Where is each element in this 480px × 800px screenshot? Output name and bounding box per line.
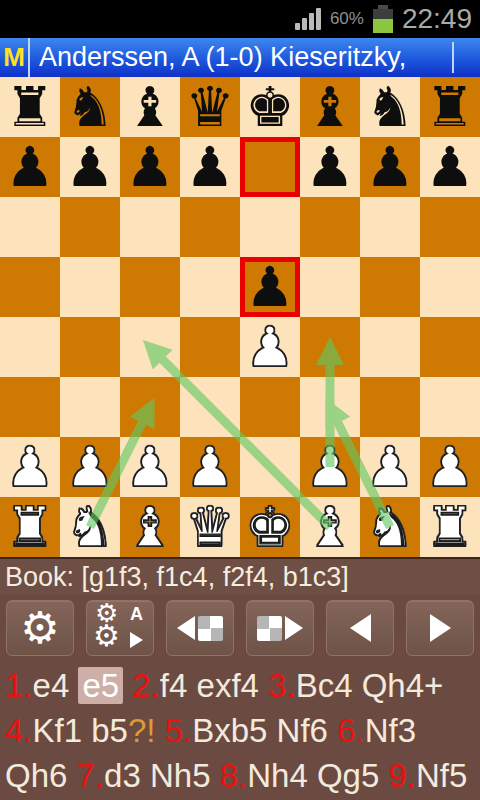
square-f7[interactable]: ♟	[300, 137, 360, 197]
move-list-line: Qh6 7.d3 Nh5 8.Nh4 Qg5 9.Nf5	[5, 753, 475, 798]
battery-percent: 60%	[330, 9, 364, 29]
black-pawn-piece: ♟	[125, 137, 174, 197]
square-a6[interactable]	[0, 197, 60, 257]
black-king-piece: ♚	[245, 77, 294, 137]
status-bar: 60% 22:49	[0, 0, 480, 38]
square-a8[interactable]: ♜	[0, 77, 60, 137]
black-knight-piece: ♞	[65, 77, 114, 137]
chess-board[interactable]: ♜♞♝♛♚♝♞♜♟♟♟♟♟♟♟♟♟♟♟♟♟♟♟♟♜♞♝♛♚♝♞♜	[0, 77, 480, 557]
move-token[interactable]: Bxb5	[192, 712, 267, 749]
gears-auto-icon: ⚙⚙ A	[93, 604, 147, 652]
move-token[interactable]: Qh6	[5, 757, 67, 794]
black-queen-piece: ♛	[185, 77, 234, 137]
move-number: 5.	[165, 712, 193, 749]
square-g1[interactable]: ♞	[360, 497, 420, 557]
move-list-line: 4.Kf1 b5?! 5.Bxb5 Nf6 6.Nf3	[5, 708, 475, 753]
square-h2[interactable]: ♟	[420, 437, 480, 497]
square-c6[interactable]	[120, 197, 180, 257]
square-h4[interactable]	[420, 317, 480, 377]
square-f4[interactable]	[300, 317, 360, 377]
square-f8[interactable]: ♝	[300, 77, 360, 137]
prev-move-button[interactable]	[326, 600, 394, 656]
right-arrow-icon	[285, 616, 303, 640]
current-move[interactable]: e5	[78, 667, 123, 704]
move-number: 6.	[337, 712, 365, 749]
square-g8[interactable]: ♞	[360, 77, 420, 137]
move-token[interactable]: Nf6	[277, 712, 328, 749]
black-pawn-piece: ♟	[305, 137, 354, 197]
title-separator	[452, 42, 454, 73]
white-king-piece: ♚	[245, 497, 294, 557]
move-number: 7.	[77, 757, 105, 794]
black-pawn-piece: ♟	[245, 257, 294, 317]
move-list: 1.e4 e5 2.f4 exf4 3.Bc4 Qh4+4.Kf1 b5?! 5…	[0, 656, 480, 798]
move-token[interactable]: Nh4	[247, 757, 308, 794]
move-number: 8.	[220, 757, 248, 794]
square-f3[interactable]	[300, 377, 360, 437]
move-token[interactable]: e4	[33, 667, 70, 704]
move-token[interactable]: b5	[91, 712, 128, 749]
toolbar: ⚙ ⚙⚙ A	[0, 595, 480, 656]
square-c2[interactable]: ♟	[120, 437, 180, 497]
status-clock: 22:49	[402, 3, 472, 35]
move-token[interactable]: Kf1	[33, 712, 83, 749]
menu-button[interactable]: M	[0, 38, 30, 77]
white-pawn-piece: ♟	[425, 437, 474, 497]
black-pawn-piece: ♟	[65, 137, 114, 197]
square-d3[interactable]	[180, 377, 240, 437]
square-d8[interactable]: ♛	[180, 77, 240, 137]
prev-game-button[interactable]	[166, 600, 234, 656]
black-bishop-piece: ♝	[305, 77, 354, 137]
square-b6[interactable]	[60, 197, 120, 257]
engine-auto-button[interactable]: ⚙⚙ A	[86, 600, 154, 656]
square-b2[interactable]: ♟	[60, 437, 120, 497]
square-a4[interactable]	[0, 317, 60, 377]
white-pawn-piece: ♟	[185, 437, 234, 497]
title-bar: M Anderssen, A (1-0) Kieseritzky,	[0, 38, 480, 77]
move-number: 1.	[5, 667, 33, 704]
move-token[interactable]: exf4	[197, 667, 259, 704]
white-pawn-piece: ♟	[305, 437, 354, 497]
move-list-line: 1.e4 e5 2.f4 exf4 3.Bc4 Qh4+	[5, 663, 475, 708]
next-move-button[interactable]	[406, 600, 474, 656]
square-d6[interactable]	[180, 197, 240, 257]
square-g2[interactable]: ♟	[360, 437, 420, 497]
square-f2[interactable]: ♟	[300, 437, 360, 497]
black-pawn-piece: ♟	[425, 137, 474, 197]
square-e3[interactable]	[240, 377, 300, 437]
square-c7[interactable]: ♟	[120, 137, 180, 197]
square-h6[interactable]	[420, 197, 480, 257]
black-rook-piece: ♜	[425, 77, 474, 137]
book-moves-text: Book: [g1f3, f1c4, f2f4, b1c3]	[5, 562, 349, 593]
square-g6[interactable]	[360, 197, 420, 257]
square-e6[interactable]	[240, 197, 300, 257]
square-d2[interactable]: ♟	[180, 437, 240, 497]
move-token[interactable]: Nh5	[150, 757, 211, 794]
signal-strength-icon	[295, 8, 321, 30]
square-f1[interactable]: ♝	[300, 497, 360, 557]
move-token[interactable]: Nf5	[416, 757, 467, 794]
square-c5[interactable]	[120, 257, 180, 317]
square-c3[interactable]	[120, 377, 180, 437]
square-f6[interactable]	[300, 197, 360, 257]
gear-icon: ⚙	[20, 606, 59, 650]
move-number: 2.	[132, 667, 160, 704]
square-h7[interactable]: ♟	[420, 137, 480, 197]
battery-icon	[373, 5, 393, 33]
white-pawn-piece: ♟	[125, 437, 174, 497]
mini-board-icon	[198, 616, 223, 641]
square-g7[interactable]: ♟	[360, 137, 420, 197]
square-h1[interactable]: ♜	[420, 497, 480, 557]
square-h8[interactable]: ♜	[420, 77, 480, 137]
right-triangle-icon	[430, 614, 451, 642]
white-pawn-piece: ♟	[365, 437, 414, 497]
move-number: 3.	[268, 667, 296, 704]
square-a1[interactable]: ♜	[0, 497, 60, 557]
square-e4[interactable]: ♟	[240, 317, 300, 377]
move-number: 4.	[5, 712, 33, 749]
move-annotation: ?!	[128, 712, 156, 749]
square-f5[interactable]	[300, 257, 360, 317]
square-a3[interactable]	[0, 377, 60, 437]
square-b7[interactable]: ♟	[60, 137, 120, 197]
square-g4[interactable]	[360, 317, 420, 377]
white-bishop-piece: ♝	[305, 497, 354, 557]
move-token[interactable]: Qh4+	[362, 667, 444, 704]
black-bishop-piece: ♝	[125, 77, 174, 137]
left-arrow-icon	[177, 616, 195, 640]
square-b5[interactable]	[60, 257, 120, 317]
square-b1[interactable]: ♞	[60, 497, 120, 557]
move-token[interactable]: Nf3	[365, 712, 416, 749]
white-knight-piece: ♞	[365, 497, 414, 557]
square-d7[interactable]: ♟	[180, 137, 240, 197]
white-pawn-piece: ♟	[65, 437, 114, 497]
white-queen-piece: ♛	[185, 497, 234, 557]
square-e1[interactable]: ♚	[240, 497, 300, 557]
square-d5[interactable]	[180, 257, 240, 317]
square-e2[interactable]	[240, 437, 300, 497]
settings-button[interactable]: ⚙	[6, 600, 74, 656]
next-game-button[interactable]	[246, 600, 314, 656]
square-c4[interactable]	[120, 317, 180, 377]
square-g5[interactable]	[360, 257, 420, 317]
square-g3[interactable]	[360, 377, 420, 437]
move-token[interactable]: Qg5	[317, 757, 379, 794]
square-a2[interactable]: ♟	[0, 437, 60, 497]
white-rook-piece: ♜	[5, 497, 54, 557]
move-token[interactable]: Bc4	[296, 667, 353, 704]
square-e7[interactable]	[240, 137, 300, 197]
square-d4[interactable]	[180, 317, 240, 377]
black-rook-piece: ♜	[5, 77, 54, 137]
square-c8[interactable]: ♝	[120, 77, 180, 137]
mini-board-icon	[257, 616, 282, 641]
black-pawn-piece: ♟	[185, 137, 234, 197]
black-pawn-piece: ♟	[5, 137, 54, 197]
square-c1[interactable]: ♝	[120, 497, 180, 557]
white-rook-piece: ♜	[425, 497, 474, 557]
square-b8[interactable]: ♞	[60, 77, 120, 137]
black-pawn-piece: ♟	[365, 137, 414, 197]
move-token[interactable]: d3	[104, 757, 141, 794]
square-h3[interactable]	[420, 377, 480, 437]
black-knight-piece: ♞	[365, 77, 414, 137]
left-triangle-icon	[350, 614, 371, 642]
square-a7[interactable]: ♟	[0, 137, 60, 197]
square-e5[interactable]: ♟	[240, 257, 300, 317]
move-number: 9.	[388, 757, 416, 794]
white-pawn-piece: ♟	[245, 317, 294, 377]
square-a5[interactable]	[0, 257, 60, 317]
game-title: Anderssen, A (1-0) Kieseritzky,	[30, 42, 406, 73]
square-b4[interactable]	[60, 317, 120, 377]
square-d1[interactable]: ♛	[180, 497, 240, 557]
move-token[interactable]: f4	[160, 667, 188, 704]
book-bar: Book: [g1f3, f1c4, f2f4, b1c3]	[0, 557, 480, 595]
square-b3[interactable]	[60, 377, 120, 437]
white-pawn-piece: ♟	[5, 437, 54, 497]
white-knight-piece: ♞	[65, 497, 114, 557]
white-bishop-piece: ♝	[125, 497, 174, 557]
square-h5[interactable]	[420, 257, 480, 317]
square-e8[interactable]: ♚	[240, 77, 300, 137]
